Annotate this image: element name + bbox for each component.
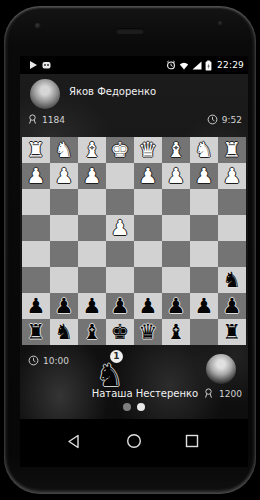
board-square[interactable]: ♛: [134, 137, 162, 163]
board-square[interactable]: [22, 189, 50, 215]
board-square[interactable]: ♟: [218, 293, 246, 319]
back-button[interactable]: [64, 431, 84, 451]
board-square[interactable]: ♚: [106, 137, 134, 163]
front-camera: [35, 23, 41, 29]
board-square[interactable]: ♟: [190, 163, 218, 189]
phone-frame: 22:29 Яков Федоренко 1184 9:52 ♜♞♝♚♛♝♞♜♟…: [4, 6, 256, 494]
page-dot-2[interactable]: [137, 403, 145, 411]
board-square[interactable]: [78, 267, 106, 293]
bottom-player-name: Наташа Нестеренко: [92, 388, 198, 399]
app-notification-icon: [42, 61, 51, 69]
rating-award-icon: [203, 388, 214, 399]
top-player-clock-value: 9:52: [222, 115, 242, 125]
chess-piece-bB: ♝: [78, 319, 106, 345]
chess-piece-wP: ♟: [78, 163, 106, 189]
board-square[interactable]: ♟: [22, 293, 50, 319]
board-square[interactable]: ♟: [106, 293, 134, 319]
board-square[interactable]: [218, 189, 246, 215]
board-square[interactable]: [22, 215, 50, 241]
board-square[interactable]: [190, 215, 218, 241]
top-player-rating: 1184: [27, 114, 65, 125]
chess-piece-wP: ♟: [22, 163, 50, 189]
status-left-icons: [30, 61, 51, 69]
chess-piece-bR: ♜: [22, 319, 50, 345]
board-square[interactable]: [218, 215, 246, 241]
chess-piece-wP: ♟: [190, 163, 218, 189]
board-square[interactable]: ♜: [218, 137, 246, 163]
board-square[interactable]: [162, 241, 190, 267]
board-square[interactable]: ♟: [162, 163, 190, 189]
board-square[interactable]: ♜: [22, 137, 50, 163]
status-right-icons: 22:29: [166, 60, 244, 71]
chess-piece-wB: ♝: [78, 137, 106, 163]
board-square[interactable]: [106, 241, 134, 267]
board-square[interactable]: [134, 241, 162, 267]
board-square[interactable]: [22, 267, 50, 293]
board-square[interactable]: [78, 215, 106, 241]
chess-piece-bN: ♞: [218, 267, 246, 293]
battery-icon: [205, 60, 212, 71]
board-square[interactable]: ♟: [190, 293, 218, 319]
play-icon: [30, 61, 37, 69]
board-square[interactable]: [162, 215, 190, 241]
board-square[interactable]: ♟: [50, 163, 78, 189]
board-square[interactable]: ♚: [106, 319, 134, 345]
proximity-sensor: [218, 21, 223, 26]
board-square[interactable]: [218, 241, 246, 267]
move-count-badge: 1: [110, 350, 123, 363]
chess-piece-wP: ♟: [50, 163, 78, 189]
board-square[interactable]: ♜: [22, 319, 50, 345]
top-player-name: Яков Федоренко: [69, 86, 156, 97]
board-square[interactable]: ♟: [162, 293, 190, 319]
chess-piece-wR: ♜: [218, 137, 246, 163]
chess-piece-bQ: ♛: [134, 319, 162, 345]
board-square[interactable]: ♝: [162, 137, 190, 163]
top-player-rating-value: 1184: [42, 115, 65, 125]
board-square[interactable]: [106, 163, 134, 189]
chess-piece-bB: ♝: [162, 319, 190, 345]
chess-piece-wR: ♜: [22, 137, 50, 163]
android-nav-bar: [20, 419, 248, 467]
board-square[interactable]: ♝: [78, 319, 106, 345]
bottom-player-clock: 10:00: [28, 355, 69, 366]
recents-icon: [185, 434, 199, 448]
alarm-icon: [166, 60, 176, 70]
avatar-top-player[interactable]: [30, 79, 60, 109]
board-square[interactable]: [50, 241, 78, 267]
bottom-player-clock-value: 10:00: [43, 356, 69, 366]
chess-piece-bR: ♜: [218, 319, 246, 345]
chess-piece-bP: ♟: [22, 293, 50, 319]
board-square[interactable]: [134, 267, 162, 293]
screen: 22:29 Яков Федоренко 1184 9:52 ♜♞♝♚♛♝♞♜♟…: [20, 56, 248, 467]
chess-piece-wQ: ♛: [134, 137, 162, 163]
board-square[interactable]: [190, 267, 218, 293]
chess-piece-bP: ♟: [106, 293, 134, 319]
board-square[interactable]: ♟: [134, 163, 162, 189]
chess-piece-bK: ♚: [106, 319, 134, 345]
chess-piece-bN: ♞: [50, 319, 78, 345]
board-square[interactable]: ♛: [134, 319, 162, 345]
chess-piece-wP: ♟: [134, 163, 162, 189]
earpiece-speaker: [116, 28, 144, 34]
board-square[interactable]: ♟: [106, 215, 134, 241]
board-square[interactable]: ♟: [78, 293, 106, 319]
signal-icon: [192, 61, 202, 70]
chess-piece-wB: ♝: [162, 137, 190, 163]
chess-piece-wN: ♞: [190, 137, 218, 163]
chess-piece-wK: ♚: [106, 137, 134, 163]
chess-piece-bP: ♟: [78, 293, 106, 319]
board-square[interactable]: ♞: [218, 267, 246, 293]
back-icon: [67, 434, 81, 449]
chess-board: ♜♞♝♚♛♝♞♜♟♟♟♟♟♟♟♟♞♟♟♟♟♟♟♟♟♜♞♝♚♛♝♜: [22, 137, 246, 345]
top-player-clock: 9:52: [207, 114, 242, 125]
board-square[interactable]: ♟: [218, 163, 246, 189]
board-square[interactable]: ♟: [78, 163, 106, 189]
board-square[interactable]: [50, 189, 78, 215]
chess-piece-bP: ♟: [50, 293, 78, 319]
chess-piece-wP: ♟: [106, 215, 134, 241]
chess-piece-wP: ♟: [162, 163, 190, 189]
board-square[interactable]: [190, 189, 218, 215]
board-square[interactable]: ♞: [190, 137, 218, 163]
chess-piece-wN: ♞: [50, 137, 78, 163]
wifi-icon: [179, 61, 189, 70]
board-square[interactable]: ♟: [22, 163, 50, 189]
rating-award-icon: [27, 114, 38, 125]
clock-icon: [28, 355, 39, 366]
top-player-row: Яков Федоренко: [69, 86, 156, 97]
page-dot-1[interactable]: [123, 403, 131, 411]
board-square[interactable]: ♟: [50, 293, 78, 319]
status-bar: 22:29: [20, 56, 248, 74]
chess-piece-bP: ♟: [134, 293, 162, 319]
board-square[interactable]: ♝: [162, 319, 190, 345]
chess-piece-bP: ♟: [218, 293, 246, 319]
board-square[interactable]: [106, 267, 134, 293]
board-square[interactable]: [50, 267, 78, 293]
recents-button[interactable]: [182, 431, 202, 451]
board-square[interactable]: ♞: [50, 319, 78, 345]
board-square[interactable]: [22, 241, 50, 267]
board-square[interactable]: [78, 241, 106, 267]
board-square[interactable]: ♟: [134, 293, 162, 319]
board-square[interactable]: [134, 189, 162, 215]
board-square[interactable]: [190, 319, 218, 345]
avatar-bottom-player[interactable]: [206, 354, 236, 384]
board-square[interactable]: [162, 267, 190, 293]
page-indicator: [20, 403, 248, 411]
screenshot-root: { "game": "chess", "position": { "fen": …: [0, 0, 260, 500]
home-button[interactable]: [124, 431, 144, 451]
board-square[interactable]: [162, 189, 190, 215]
clock-icon: [207, 114, 218, 125]
board-square[interactable]: [106, 189, 134, 215]
board-square[interactable]: ♞: [50, 137, 78, 163]
board-square[interactable]: ♜: [218, 319, 246, 345]
board-square[interactable]: [78, 189, 106, 215]
bottom-player-row: Наташа Нестеренко 1200: [92, 388, 242, 399]
board-square[interactable]: [50, 215, 78, 241]
home-icon: [126, 433, 142, 449]
chess-piece-bP: ♟: [190, 293, 218, 319]
bottom-player-rating-value: 1200: [219, 389, 242, 399]
board-square[interactable]: [134, 215, 162, 241]
board-square[interactable]: [190, 241, 218, 267]
chess-piece-wP: ♟: [218, 163, 246, 189]
board-square[interactable]: ♝: [78, 137, 106, 163]
clock-time: 22:29: [217, 60, 244, 70]
chess-piece-bP: ♟: [162, 293, 190, 319]
